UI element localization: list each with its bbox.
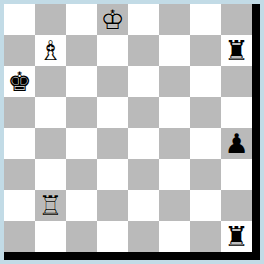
square-e3[interactable] <box>128 159 159 190</box>
square-a3[interactable] <box>4 159 35 190</box>
black-king[interactable]: ♚ <box>4 66 35 97</box>
black-rook[interactable]: ♜ <box>221 221 252 252</box>
square-g3[interactable] <box>190 159 221 190</box>
square-e1[interactable] <box>128 221 159 252</box>
square-b2[interactable]: ♖ <box>35 190 66 221</box>
square-h3[interactable] <box>221 159 252 190</box>
square-g4[interactable] <box>190 128 221 159</box>
square-f8[interactable] <box>159 4 190 35</box>
square-e2[interactable] <box>128 190 159 221</box>
square-d1[interactable] <box>97 221 128 252</box>
square-g2[interactable] <box>190 190 221 221</box>
square-c6[interactable] <box>66 66 97 97</box>
square-f2[interactable] <box>159 190 190 221</box>
square-a2[interactable] <box>4 190 35 221</box>
square-h1[interactable]: ♜ <box>221 221 252 252</box>
black-rook[interactable]: ♜ <box>221 35 252 66</box>
square-f4[interactable] <box>159 128 190 159</box>
square-a7[interactable] <box>4 35 35 66</box>
square-c5[interactable] <box>66 97 97 128</box>
square-c2[interactable] <box>66 190 97 221</box>
square-d5[interactable] <box>97 97 128 128</box>
chessboard[interactable]: ♔♗♜♚♟♖♜ <box>4 4 252 252</box>
square-e6[interactable] <box>128 66 159 97</box>
square-e4[interactable] <box>128 128 159 159</box>
square-b5[interactable] <box>35 97 66 128</box>
square-e7[interactable] <box>128 35 159 66</box>
square-h4[interactable]: ♟ <box>221 128 252 159</box>
white-king[interactable]: ♔ <box>97 4 128 35</box>
square-d8[interactable]: ♔ <box>97 4 128 35</box>
square-h2[interactable] <box>221 190 252 221</box>
square-d3[interactable] <box>97 159 128 190</box>
square-f6[interactable] <box>159 66 190 97</box>
square-c4[interactable] <box>66 128 97 159</box>
square-f1[interactable] <box>159 221 190 252</box>
diagram-frame: ♔♗♜♚♟♖♜ <box>0 0 264 264</box>
square-d4[interactable] <box>97 128 128 159</box>
square-d6[interactable] <box>97 66 128 97</box>
black-pawn[interactable]: ♟ <box>221 128 252 159</box>
square-d7[interactable] <box>97 35 128 66</box>
square-d2[interactable] <box>97 190 128 221</box>
square-f7[interactable] <box>159 35 190 66</box>
square-c3[interactable] <box>66 159 97 190</box>
square-c8[interactable] <box>66 4 97 35</box>
square-a1[interactable] <box>4 221 35 252</box>
square-b8[interactable] <box>35 4 66 35</box>
white-rook[interactable]: ♖ <box>35 190 66 221</box>
white-bishop[interactable]: ♗ <box>35 35 66 66</box>
square-b1[interactable] <box>35 221 66 252</box>
square-b3[interactable] <box>35 159 66 190</box>
square-e5[interactable] <box>128 97 159 128</box>
square-e8[interactable] <box>128 4 159 35</box>
square-a6[interactable]: ♚ <box>4 66 35 97</box>
square-g6[interactable] <box>190 66 221 97</box>
square-b4[interactable] <box>35 128 66 159</box>
square-g8[interactable] <box>190 4 221 35</box>
square-g5[interactable] <box>190 97 221 128</box>
square-c7[interactable] <box>66 35 97 66</box>
square-a4[interactable] <box>4 128 35 159</box>
square-f5[interactable] <box>159 97 190 128</box>
square-h6[interactable] <box>221 66 252 97</box>
square-g1[interactable] <box>190 221 221 252</box>
square-c1[interactable] <box>66 221 97 252</box>
square-h7[interactable]: ♜ <box>221 35 252 66</box>
square-f3[interactable] <box>159 159 190 190</box>
square-b7[interactable]: ♗ <box>35 35 66 66</box>
square-a8[interactable] <box>4 4 35 35</box>
square-b6[interactable] <box>35 66 66 97</box>
square-h5[interactable] <box>221 97 252 128</box>
square-g7[interactable] <box>190 35 221 66</box>
square-h8[interactable] <box>221 4 252 35</box>
square-a5[interactable] <box>4 97 35 128</box>
